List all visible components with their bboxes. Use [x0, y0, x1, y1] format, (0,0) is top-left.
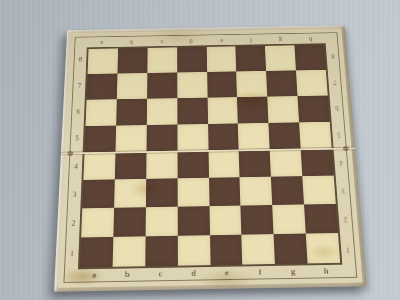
square-g4[interactable]	[270, 149, 303, 177]
rank-label-2: 2	[71, 221, 75, 228]
square-a8[interactable]	[88, 48, 118, 74]
square-a3[interactable]	[82, 180, 114, 209]
board-corner	[342, 264, 356, 277]
coordinate-frame: abcdefgh 87654321 87654321 abcdefgh	[63, 32, 357, 283]
square-h3[interactable]	[302, 176, 335, 205]
square-c6[interactable]	[147, 98, 178, 125]
rank-label-5: 5	[75, 136, 79, 143]
square-h2[interactable]	[304, 204, 338, 234]
rank-label-4: 4	[339, 159, 343, 165]
square-c5[interactable]	[146, 124, 177, 151]
square-e2[interactable]	[209, 206, 242, 236]
board-corner	[64, 269, 77, 282]
square-g3[interactable]	[271, 176, 304, 205]
file-label-d: d	[179, 38, 203, 44]
board-grid	[78, 43, 342, 269]
square-f2[interactable]	[241, 205, 274, 235]
rank-label-1: 1	[346, 246, 350, 253]
square-c7[interactable]	[147, 72, 177, 98]
photo-background: abcdefgh 87654321 87654321 abcdefgh	[0, 0, 400, 300]
square-d2[interactable]	[177, 206, 209, 236]
square-f6[interactable]	[237, 96, 268, 123]
rank-label-1: 1	[70, 250, 74, 258]
square-e6[interactable]	[207, 97, 238, 124]
square-b5[interactable]	[115, 125, 146, 152]
square-h5[interactable]	[299, 122, 332, 149]
file-label-b: b	[120, 39, 144, 45]
rank-label-2: 2	[343, 216, 347, 223]
square-h1[interactable]	[306, 233, 340, 263]
square-a1[interactable]	[80, 237, 113, 267]
square-c3[interactable]	[146, 179, 178, 208]
square-g7[interactable]	[266, 70, 297, 96]
square-c1[interactable]	[145, 236, 178, 266]
board-corner	[75, 37, 87, 47]
square-b2[interactable]	[113, 207, 145, 237]
file-label-a: a	[77, 271, 110, 280]
square-c8[interactable]	[147, 47, 177, 73]
square-b8[interactable]	[117, 48, 147, 74]
square-d5[interactable]	[177, 124, 208, 151]
square-b4[interactable]	[115, 152, 147, 180]
square-e3[interactable]	[209, 178, 241, 207]
square-a7[interactable]	[87, 73, 118, 99]
square-d6[interactable]	[177, 97, 208, 124]
square-f7[interactable]	[236, 71, 267, 97]
square-h6[interactable]	[298, 95, 330, 122]
file-label-c: c	[150, 38, 174, 44]
rank-label-7: 7	[77, 83, 81, 89]
square-d1[interactable]	[177, 235, 210, 265]
rank-label-3: 3	[73, 192, 77, 199]
square-e1[interactable]	[210, 235, 243, 265]
square-b6[interactable]	[116, 98, 147, 125]
square-g8[interactable]	[265, 45, 296, 70]
file-label-f: f	[239, 37, 263, 43]
rank-label-8: 8	[79, 57, 83, 63]
square-c4[interactable]	[146, 151, 177, 179]
rank-label-8: 8	[331, 53, 335, 59]
square-a2[interactable]	[81, 208, 114, 238]
square-b3[interactable]	[114, 179, 146, 208]
square-f8[interactable]	[236, 46, 267, 71]
file-label-g: g	[276, 267, 310, 276]
square-f1[interactable]	[242, 234, 275, 264]
square-h8[interactable]	[295, 45, 326, 70]
square-b7[interactable]	[117, 73, 147, 99]
square-d7[interactable]	[177, 72, 207, 98]
square-c2[interactable]	[145, 207, 177, 237]
square-e4[interactable]	[208, 150, 240, 178]
file-label-b: b	[111, 270, 144, 279]
rank-label-6: 6	[76, 109, 80, 116]
file-label-h: h	[309, 267, 343, 276]
file-label-e: e	[209, 37, 233, 43]
file-label-g: g	[269, 36, 293, 42]
board-corner	[325, 33, 337, 43]
rank-label-7: 7	[333, 78, 337, 84]
chessboard: abcdefgh 87654321 87654321 abcdefgh	[54, 25, 367, 291]
file-label-e: e	[210, 268, 243, 277]
square-d8[interactable]	[177, 47, 207, 72]
square-d3[interactable]	[177, 178, 209, 207]
square-e8[interactable]	[206, 46, 236, 71]
square-d4[interactable]	[177, 151, 208, 179]
square-a6[interactable]	[86, 99, 117, 126]
square-f4[interactable]	[239, 149, 271, 177]
rank-label-5: 5	[337, 131, 341, 137]
square-g2[interactable]	[272, 205, 305, 235]
square-h7[interactable]	[296, 70, 328, 96]
square-g1[interactable]	[274, 234, 308, 264]
square-a4[interactable]	[83, 152, 115, 180]
square-f5[interactable]	[238, 123, 270, 150]
rank-label-6: 6	[335, 105, 339, 111]
file-label-d: d	[177, 269, 210, 278]
square-e7[interactable]	[207, 71, 238, 97]
square-h4[interactable]	[301, 148, 334, 176]
file-label-a: a	[90, 39, 114, 45]
square-b1[interactable]	[112, 236, 145, 266]
square-g6[interactable]	[267, 96, 299, 123]
board-face: abcdefgh 87654321 87654321 abcdefgh	[58, 28, 362, 287]
square-f3[interactable]	[240, 177, 273, 206]
file-label-c: c	[144, 269, 177, 278]
file-label-h: h	[298, 36, 322, 42]
rank-label-3: 3	[341, 187, 345, 193]
square-e5[interactable]	[208, 123, 239, 150]
file-label-f: f	[243, 268, 276, 277]
square-g5[interactable]	[269, 122, 301, 149]
square-a5[interactable]	[84, 125, 116, 152]
rank-label-4: 4	[74, 163, 78, 170]
